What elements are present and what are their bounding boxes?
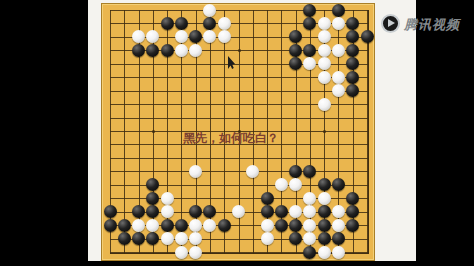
black-stone	[104, 205, 117, 218]
white-stone	[261, 219, 274, 232]
black-stone	[318, 178, 331, 191]
black-stone	[332, 178, 345, 191]
black-stone	[303, 4, 316, 17]
white-stone	[332, 84, 345, 97]
white-stone	[218, 30, 231, 43]
white-stone	[303, 219, 316, 232]
play-circle-icon	[381, 14, 400, 33]
black-stone	[146, 44, 159, 57]
white-stone	[332, 17, 345, 30]
black-stone	[346, 219, 359, 232]
star-point	[323, 130, 326, 133]
white-stone	[189, 44, 202, 57]
black-stone	[146, 192, 159, 205]
white-stone	[161, 205, 174, 218]
white-stone	[203, 4, 216, 17]
black-stone	[346, 44, 359, 57]
white-stone	[303, 192, 316, 205]
white-stone	[275, 178, 288, 191]
problem-caption: 黑先，如何吃白？	[183, 130, 293, 147]
white-stone	[332, 71, 345, 84]
white-stone	[203, 219, 216, 232]
white-stone	[303, 205, 316, 218]
black-stone	[289, 165, 302, 178]
white-stone	[161, 192, 174, 205]
white-stone	[146, 30, 159, 43]
black-stone	[346, 57, 359, 70]
video-frame[interactable]: 黑先，如何吃白？ 腾讯视频	[0, 0, 474, 266]
black-stone	[346, 30, 359, 43]
black-stone	[132, 232, 145, 245]
white-stone	[318, 30, 331, 43]
white-stone	[161, 232, 174, 245]
watermark: 腾讯视频	[381, 14, 473, 36]
black-stone	[303, 246, 316, 259]
black-stone	[275, 219, 288, 232]
black-stone	[318, 232, 331, 245]
white-stone	[261, 232, 274, 245]
white-stone	[303, 57, 316, 70]
black-stone	[289, 57, 302, 70]
black-stone	[104, 219, 117, 232]
black-stone	[189, 205, 202, 218]
black-stone	[146, 178, 159, 191]
white-stone	[175, 232, 188, 245]
black-stone	[303, 17, 316, 30]
white-stone	[189, 165, 202, 178]
white-stone	[332, 44, 345, 57]
black-stone	[203, 205, 216, 218]
white-stone	[332, 219, 345, 232]
white-stone	[332, 205, 345, 218]
white-stone	[232, 205, 245, 218]
white-stone	[218, 17, 231, 30]
black-stone	[332, 232, 345, 245]
star-point	[152, 130, 155, 133]
white-stone	[175, 44, 188, 57]
black-stone	[275, 205, 288, 218]
black-stone	[118, 219, 131, 232]
watermark-label: 腾讯视频	[404, 16, 460, 34]
white-stone	[246, 165, 259, 178]
black-stone	[318, 219, 331, 232]
black-stone	[289, 44, 302, 57]
black-stone	[346, 71, 359, 84]
black-stone	[118, 232, 131, 245]
black-stone	[318, 205, 331, 218]
star-point	[238, 49, 241, 52]
letterbox-bottom	[0, 261, 474, 266]
white-stone	[289, 178, 302, 191]
white-stone	[132, 219, 145, 232]
black-stone	[132, 44, 145, 57]
white-stone	[175, 30, 188, 43]
black-stone	[346, 17, 359, 30]
black-stone	[189, 30, 202, 43]
black-stone	[175, 219, 188, 232]
black-stone	[132, 205, 145, 218]
black-stone	[361, 30, 374, 43]
white-stone	[189, 232, 202, 245]
white-stone	[175, 246, 188, 259]
white-stone	[303, 232, 316, 245]
black-stone	[175, 17, 188, 30]
black-stone	[146, 205, 159, 218]
black-stone	[161, 219, 174, 232]
black-stone	[261, 205, 274, 218]
black-stone	[289, 232, 302, 245]
black-stone	[289, 30, 302, 43]
white-stone	[318, 17, 331, 30]
black-stone	[303, 44, 316, 57]
white-stone	[318, 192, 331, 205]
white-stone	[318, 246, 331, 259]
black-stone	[161, 17, 174, 30]
black-stone	[303, 165, 316, 178]
black-stone	[218, 219, 231, 232]
white-stone	[318, 57, 331, 70]
black-stone	[289, 219, 302, 232]
white-stone	[189, 246, 202, 259]
white-stone	[203, 30, 216, 43]
white-stone	[289, 205, 302, 218]
white-stone	[146, 219, 159, 232]
black-stone	[146, 232, 159, 245]
white-stone	[318, 71, 331, 84]
white-stone	[318, 98, 331, 111]
black-stone	[346, 84, 359, 97]
white-stone	[318, 44, 331, 57]
black-stone	[346, 192, 359, 205]
white-stone	[132, 30, 145, 43]
black-stone	[203, 17, 216, 30]
black-stone	[332, 4, 345, 17]
white-stone	[189, 219, 202, 232]
white-stone	[332, 246, 345, 259]
black-stone	[261, 192, 274, 205]
black-stone	[346, 205, 359, 218]
black-stone	[161, 44, 174, 57]
